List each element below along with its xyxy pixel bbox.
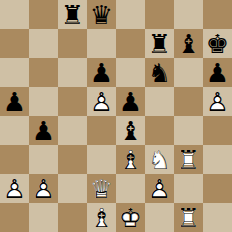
square-f2[interactable]: ♟♙	[145, 174, 174, 203]
piece-black-bishop[interactable]: ♝	[174, 29, 203, 58]
square-d7[interactable]	[87, 29, 116, 58]
square-b6[interactable]	[29, 58, 58, 87]
white-queen-outline: ♕	[87, 174, 116, 203]
square-e1[interactable]: ♚♔	[116, 203, 145, 232]
piece-white-pawn[interactable]: ♟♙	[87, 87, 116, 116]
white-pawn-outline: ♙	[87, 87, 116, 116]
piece-black-knight[interactable]: ♞	[145, 58, 174, 87]
piece-black-rook[interactable]: ♜	[145, 29, 174, 58]
black-rook-glyph: ♜	[145, 29, 174, 58]
black-pawn-glyph: ♟	[29, 116, 58, 145]
piece-white-pawn[interactable]: ♟♙	[29, 174, 58, 203]
piece-black-pawn[interactable]: ♟	[87, 58, 116, 87]
square-g7[interactable]: ♝	[174, 29, 203, 58]
square-g8[interactable]	[174, 0, 203, 29]
square-b5[interactable]	[29, 87, 58, 116]
square-h6[interactable]: ♟	[203, 58, 232, 87]
black-pawn-glyph: ♟	[203, 58, 232, 87]
square-b7[interactable]	[29, 29, 58, 58]
square-c5[interactable]	[58, 87, 87, 116]
piece-white-pawn[interactable]: ♟♙	[145, 174, 174, 203]
square-h7[interactable]: ♚	[203, 29, 232, 58]
square-g4[interactable]	[174, 116, 203, 145]
square-a7[interactable]	[0, 29, 29, 58]
black-rook-glyph: ♜	[58, 0, 87, 29]
square-f6[interactable]: ♞	[145, 58, 174, 87]
piece-white-rook[interactable]: ♜♖	[174, 145, 203, 174]
square-g5[interactable]	[174, 87, 203, 116]
square-b4[interactable]: ♟	[29, 116, 58, 145]
square-d8[interactable]: ♛	[87, 0, 116, 29]
chess-board: ♜♛♜♝♚♟♞♟♟♟♙♟♟♙♟♝♝♗♞♘♜♖♟♙♟♙♛♕♟♙♝♗♚♔♜♖	[0, 0, 232, 232]
piece-black-pawn[interactable]: ♟	[29, 116, 58, 145]
square-f4[interactable]	[145, 116, 174, 145]
square-h5[interactable]: ♟♙	[203, 87, 232, 116]
black-pawn-glyph: ♟	[87, 58, 116, 87]
square-c2[interactable]	[58, 174, 87, 203]
square-d6[interactable]: ♟	[87, 58, 116, 87]
square-c1[interactable]	[58, 203, 87, 232]
piece-white-bishop[interactable]: ♝♗	[87, 203, 116, 232]
white-rook-outline: ♖	[174, 145, 203, 174]
square-e5[interactable]: ♟	[116, 87, 145, 116]
square-c6[interactable]	[58, 58, 87, 87]
square-e7[interactable]	[116, 29, 145, 58]
white-king-outline: ♔	[116, 203, 145, 232]
piece-white-queen[interactable]: ♛♕	[87, 174, 116, 203]
square-h8[interactable]	[203, 0, 232, 29]
square-h4[interactable]	[203, 116, 232, 145]
white-pawn-outline: ♙	[203, 87, 232, 116]
square-a4[interactable]	[0, 116, 29, 145]
white-bishop-outline: ♗	[87, 203, 116, 232]
piece-black-bishop[interactable]: ♝	[116, 116, 145, 145]
square-d1[interactable]: ♝♗	[87, 203, 116, 232]
white-knight-outline: ♘	[145, 145, 174, 174]
square-e3[interactable]: ♝♗	[116, 145, 145, 174]
square-a2[interactable]: ♟♙	[0, 174, 29, 203]
piece-white-bishop[interactable]: ♝♗	[116, 145, 145, 174]
square-d3[interactable]	[87, 145, 116, 174]
square-c7[interactable]	[58, 29, 87, 58]
square-b2[interactable]: ♟♙	[29, 174, 58, 203]
black-pawn-glyph: ♟	[116, 87, 145, 116]
square-d4[interactable]	[87, 116, 116, 145]
square-h2[interactable]	[203, 174, 232, 203]
black-king-glyph: ♚	[203, 29, 232, 58]
square-c4[interactable]	[58, 116, 87, 145]
piece-black-pawn[interactable]: ♟	[0, 87, 29, 116]
piece-black-rook[interactable]: ♜	[58, 0, 87, 29]
white-rook-outline: ♖	[174, 203, 203, 232]
square-f7[interactable]: ♜	[145, 29, 174, 58]
square-a6[interactable]	[0, 58, 29, 87]
square-e2[interactable]	[116, 174, 145, 203]
square-e4[interactable]: ♝	[116, 116, 145, 145]
black-bishop-glyph: ♝	[174, 29, 203, 58]
square-e8[interactable]	[116, 0, 145, 29]
black-knight-glyph: ♞	[145, 58, 174, 87]
square-h3[interactable]	[203, 145, 232, 174]
square-h1[interactable]	[203, 203, 232, 232]
piece-white-knight[interactable]: ♞♘	[145, 145, 174, 174]
square-f8[interactable]	[145, 0, 174, 29]
square-b3[interactable]	[29, 145, 58, 174]
square-e6[interactable]	[116, 58, 145, 87]
white-pawn-outline: ♙	[0, 174, 29, 203]
square-g1[interactable]: ♜♖	[174, 203, 203, 232]
square-f5[interactable]	[145, 87, 174, 116]
square-g2[interactable]	[174, 174, 203, 203]
black-queen-glyph: ♛	[87, 0, 116, 29]
piece-black-king[interactable]: ♚	[203, 29, 232, 58]
black-bishop-glyph: ♝	[116, 116, 145, 145]
square-d5[interactable]: ♟♙	[87, 87, 116, 116]
square-a3[interactable]	[0, 145, 29, 174]
square-b1[interactable]	[29, 203, 58, 232]
piece-black-pawn[interactable]: ♟	[116, 87, 145, 116]
square-a1[interactable]	[0, 203, 29, 232]
square-g6[interactable]	[174, 58, 203, 87]
black-pawn-glyph: ♟	[0, 87, 29, 116]
piece-black-queen[interactable]: ♛	[87, 0, 116, 29]
piece-white-rook[interactable]: ♜♖	[174, 203, 203, 232]
square-g3[interactable]: ♜♖	[174, 145, 203, 174]
square-c8[interactable]: ♜	[58, 0, 87, 29]
white-pawn-outline: ♙	[145, 174, 174, 203]
square-d2[interactable]: ♛♕	[87, 174, 116, 203]
piece-white-pawn[interactable]: ♟♙	[203, 87, 232, 116]
white-bishop-outline: ♗	[116, 145, 145, 174]
piece-white-king[interactable]: ♚♔	[116, 203, 145, 232]
piece-white-pawn[interactable]: ♟♙	[0, 174, 29, 203]
square-a5[interactable]: ♟	[0, 87, 29, 116]
square-f3[interactable]: ♞♘	[145, 145, 174, 174]
white-pawn-outline: ♙	[29, 174, 58, 203]
square-c3[interactable]	[58, 145, 87, 174]
square-a8[interactable]	[0, 0, 29, 29]
square-b8[interactable]	[29, 0, 58, 29]
square-f1[interactable]	[145, 203, 174, 232]
piece-black-pawn[interactable]: ♟	[203, 58, 232, 87]
